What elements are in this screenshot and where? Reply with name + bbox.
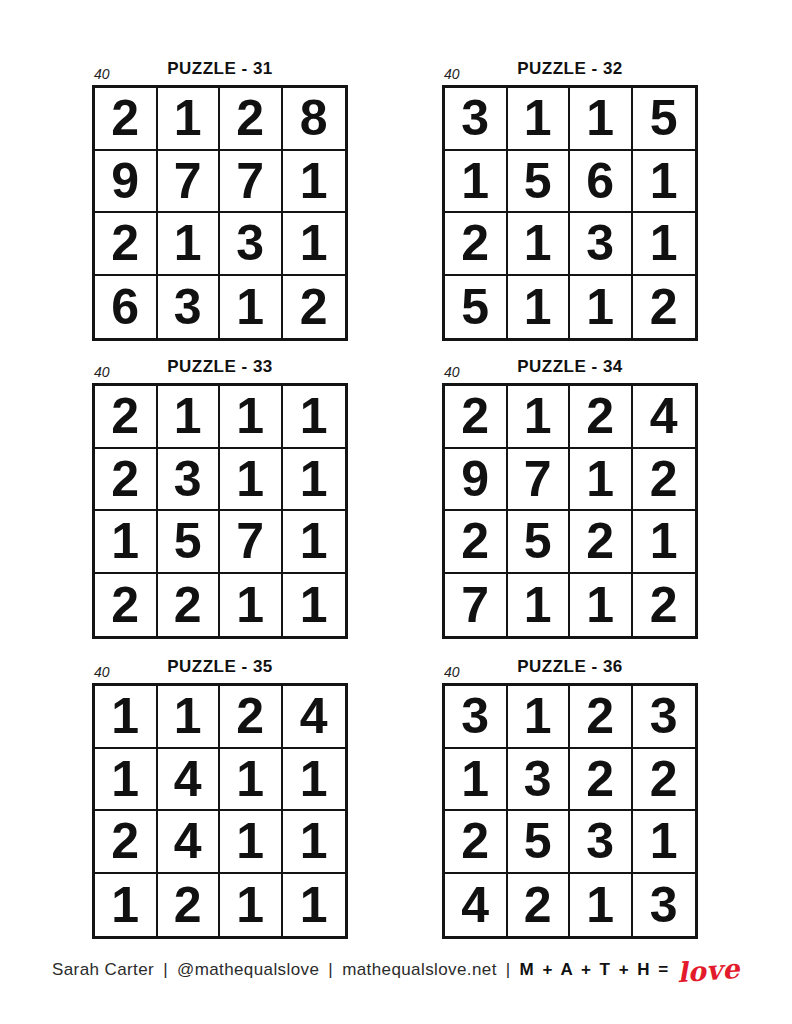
- separator: |: [154, 960, 177, 980]
- grid-cell: 1: [220, 811, 283, 874]
- grid-cell: 2: [633, 276, 696, 339]
- grid-cell: 2: [95, 88, 158, 151]
- grid-cell: 1: [95, 874, 158, 937]
- grid-cell: 2: [445, 386, 508, 449]
- grid-cell: 2: [95, 811, 158, 874]
- grid-cell: 1: [95, 511, 158, 574]
- grid-cell: 1: [220, 749, 283, 812]
- puzzle-grid: 3 1 2 3 1 3 2 2 2 5 3 1 4 2 1 3: [442, 683, 698, 939]
- puzzle-title: PUZZLE - 32: [442, 58, 698, 80]
- author-name: Sarah Carter: [52, 960, 154, 980]
- grid-cell: 3: [158, 449, 221, 512]
- math-equation-label: M + A + T + H =: [520, 960, 671, 980]
- grid-cell: 1: [220, 874, 283, 937]
- grid-cell: 5: [445, 276, 508, 339]
- grid-cell: 1: [283, 386, 346, 449]
- puzzle-grid: 2 1 1 1 2 3 1 1 1 5 7 1 2 2 1 1: [92, 383, 348, 639]
- grid-cell: 1: [158, 213, 221, 276]
- puzzle-33: PUZZLE - 33 40 2 1 1 1 2 3 1 1 1 5 7 1 2…: [92, 356, 348, 639]
- puzzle-title: PUZZLE - 35: [92, 656, 348, 678]
- grid-cell: 1: [283, 449, 346, 512]
- grid-cell: 2: [220, 88, 283, 151]
- grid-cell: 8: [283, 88, 346, 151]
- grid-cell: 1: [220, 574, 283, 637]
- grid-cell: 1: [95, 749, 158, 812]
- grid-cell: 2: [570, 511, 633, 574]
- grid-cell: 2: [95, 449, 158, 512]
- grid-cell: 1: [570, 874, 633, 937]
- grid-cell: 1: [633, 511, 696, 574]
- grid-cell: 4: [283, 686, 346, 749]
- grid-cell: 1: [508, 574, 571, 637]
- grid-cell: 4: [158, 749, 221, 812]
- grid-cell: 1: [158, 686, 221, 749]
- grid-cell: 2: [633, 749, 696, 812]
- grid-cell: 1: [570, 88, 633, 151]
- grid-cell: 1: [283, 811, 346, 874]
- grid-cell: 1: [158, 386, 221, 449]
- grid-cell: 3: [445, 88, 508, 151]
- grid-cell: 5: [633, 88, 696, 151]
- grid-cell: 4: [445, 874, 508, 937]
- puzzle-grid: 3 1 1 5 1 5 6 1 2 1 3 1 5 1 1 2: [442, 85, 698, 341]
- grid-cell: 5: [508, 151, 571, 214]
- grid-cell: 3: [158, 276, 221, 339]
- grid-cell: 1: [158, 88, 221, 151]
- grid-cell: 4: [633, 386, 696, 449]
- grid-cell: 2: [95, 213, 158, 276]
- grid-cell: 5: [508, 811, 571, 874]
- grid-cell: 3: [570, 811, 633, 874]
- grid-cell: 3: [445, 686, 508, 749]
- grid-cell: 2: [95, 386, 158, 449]
- grid-cell: 2: [633, 574, 696, 637]
- grid-cell: 1: [570, 449, 633, 512]
- grid-cell: 2: [445, 213, 508, 276]
- grid-cell: 1: [570, 574, 633, 637]
- grid-cell: 1: [508, 686, 571, 749]
- puzzle-title: PUZZLE - 34: [442, 356, 698, 378]
- grid-cell: 1: [508, 276, 571, 339]
- separator: |: [497, 960, 520, 980]
- grid-cell: 3: [633, 686, 696, 749]
- love-script-logo: love: [676, 954, 740, 985]
- website-url: mathequalslove.net: [342, 960, 497, 980]
- puzzle-grid: 1 1 2 4 1 4 1 1 2 4 1 1 1 2 1 1: [92, 683, 348, 939]
- target-sum-label: 40: [444, 665, 460, 679]
- grid-cell: 1: [445, 749, 508, 812]
- puzzle-35: PUZZLE - 35 40 1 1 2 4 1 4 1 1 2 4 1 1 1…: [92, 656, 348, 939]
- grid-cell: 7: [445, 574, 508, 637]
- grid-cell: 9: [95, 151, 158, 214]
- grid-cell: 1: [283, 749, 346, 812]
- grid-cell: 1: [283, 213, 346, 276]
- grid-cell: 1: [633, 213, 696, 276]
- grid-cell: 1: [508, 213, 571, 276]
- grid-cell: 1: [570, 276, 633, 339]
- grid-cell: 6: [95, 276, 158, 339]
- grid-cell: 1: [445, 151, 508, 214]
- grid-cell: 2: [570, 386, 633, 449]
- puzzle-32: PUZZLE - 32 40 3 1 1 5 1 5 6 1 2 1 3 1 5…: [442, 58, 698, 341]
- target-sum-label: 40: [444, 67, 460, 81]
- target-sum-label: 40: [94, 67, 110, 81]
- grid-cell: 3: [633, 874, 696, 937]
- grid-cell: 7: [158, 151, 221, 214]
- grid-cell: 7: [220, 151, 283, 214]
- grid-cell: 5: [508, 511, 571, 574]
- grid-cell: 1: [508, 88, 571, 151]
- grid-cell: 2: [220, 686, 283, 749]
- grid-cell: 1: [220, 386, 283, 449]
- footer-credit: Sarah Carter|@mathequalslove|mathequalsl…: [0, 948, 792, 992]
- grid-cell: 1: [283, 574, 346, 637]
- grid-cell: 1: [95, 686, 158, 749]
- grid-cell: 2: [95, 574, 158, 637]
- grid-cell: 1: [283, 151, 346, 214]
- grid-cell: 9: [445, 449, 508, 512]
- grid-cell: 2: [158, 874, 221, 937]
- grid-cell: 2: [445, 811, 508, 874]
- puzzle-36: PUZZLE - 36 40 3 1 2 3 1 3 2 2 2 5 3 1 4…: [442, 656, 698, 939]
- grid-cell: 3: [220, 213, 283, 276]
- grid-cell: 4: [158, 811, 221, 874]
- grid-cell: 5: [158, 511, 221, 574]
- grid-cell: 1: [220, 276, 283, 339]
- separator: |: [319, 960, 342, 980]
- grid-cell: 2: [633, 449, 696, 512]
- grid-cell: 2: [570, 686, 633, 749]
- puzzle-title: PUZZLE - 36: [442, 656, 698, 678]
- grid-cell: 7: [220, 511, 283, 574]
- grid-cell: 2: [283, 276, 346, 339]
- puzzle-31: PUZZLE - 31 40 2 1 2 8 9 7 7 1 2 1 3 1 6…: [92, 58, 348, 341]
- puzzle-title: PUZZLE - 31: [92, 58, 348, 80]
- grid-cell: 1: [220, 449, 283, 512]
- puzzle-title: PUZZLE - 33: [92, 356, 348, 378]
- grid-cell: 1: [633, 811, 696, 874]
- puzzle-grid: 2 1 2 8 9 7 7 1 2 1 3 1 6 3 1 2: [92, 85, 348, 341]
- puzzle-grid: 2 1 2 4 9 7 1 2 2 5 2 1 7 1 1 2: [442, 383, 698, 639]
- target-sum-label: 40: [94, 365, 110, 379]
- target-sum-label: 40: [94, 665, 110, 679]
- grid-cell: 7: [508, 449, 571, 512]
- grid-cell: 3: [508, 749, 571, 812]
- target-sum-label: 40: [444, 365, 460, 379]
- grid-cell: 1: [633, 151, 696, 214]
- grid-cell: 2: [570, 749, 633, 812]
- grid-cell: 1: [283, 874, 346, 937]
- grid-cell: 3: [570, 213, 633, 276]
- grid-cell: 2: [158, 574, 221, 637]
- grid-cell: 6: [570, 151, 633, 214]
- grid-cell: 2: [445, 511, 508, 574]
- grid-cell: 2: [508, 874, 571, 937]
- worksheet-page: PUZZLE - 31 40 2 1 2 8 9 7 7 1 2 1 3 1 6…: [0, 0, 792, 1024]
- grid-cell: 1: [508, 386, 571, 449]
- puzzle-34: PUZZLE - 34 40 2 1 2 4 9 7 1 2 2 5 2 1 7…: [442, 356, 698, 639]
- social-handle: @mathequalslove: [177, 960, 319, 980]
- grid-cell: 1: [283, 511, 346, 574]
